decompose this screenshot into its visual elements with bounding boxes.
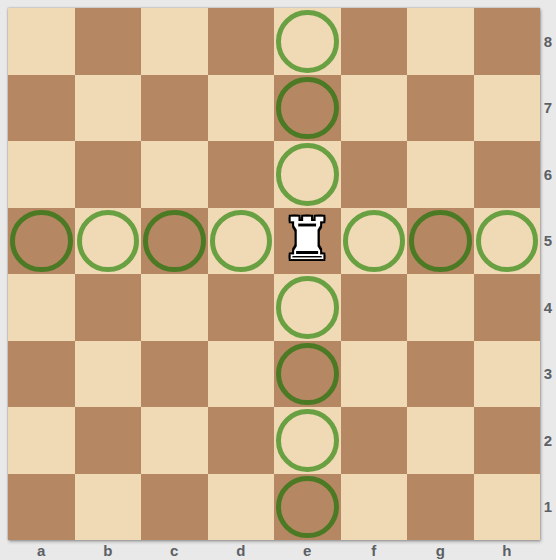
move-hint-circle-e3[interactable] bbox=[276, 343, 339, 406]
file-coordinates: abcdefgh bbox=[8, 540, 540, 560]
square-c7[interactable] bbox=[141, 75, 208, 142]
rank-label-4: 4 bbox=[540, 274, 556, 341]
chess-board-app: ♜ abcdefgh 87654321 bbox=[0, 0, 556, 560]
move-hint-circle-e6[interactable] bbox=[276, 143, 339, 206]
file-label-h: h bbox=[474, 540, 541, 560]
move-hint-circle-e1[interactable] bbox=[276, 476, 339, 539]
square-g7[interactable] bbox=[407, 75, 474, 142]
file-label-g: g bbox=[407, 540, 474, 560]
square-c4[interactable] bbox=[141, 274, 208, 341]
square-d7[interactable] bbox=[208, 75, 275, 142]
square-g1[interactable] bbox=[407, 474, 474, 541]
square-c2[interactable] bbox=[141, 407, 208, 474]
square-c3[interactable] bbox=[141, 341, 208, 408]
square-h6[interactable] bbox=[474, 141, 541, 208]
rank-label-5: 5 bbox=[540, 208, 556, 275]
square-g6[interactable] bbox=[407, 141, 474, 208]
square-c1[interactable] bbox=[141, 474, 208, 541]
file-label-b: b bbox=[75, 540, 142, 560]
file-label-e: e bbox=[274, 540, 341, 560]
square-h2[interactable] bbox=[474, 407, 541, 474]
square-b3[interactable] bbox=[75, 341, 142, 408]
square-g4[interactable] bbox=[407, 274, 474, 341]
square-c5[interactable] bbox=[141, 208, 208, 275]
square-a4[interactable] bbox=[8, 274, 75, 341]
move-hint-circle-e2[interactable] bbox=[276, 409, 339, 472]
square-h1[interactable] bbox=[474, 474, 541, 541]
square-d2[interactable] bbox=[208, 407, 275, 474]
square-e7[interactable] bbox=[274, 75, 341, 142]
move-hint-circle-f5[interactable] bbox=[343, 210, 406, 273]
square-h7[interactable] bbox=[474, 75, 541, 142]
white-rook[interactable]: ♜ bbox=[274, 208, 341, 275]
square-h8[interactable] bbox=[474, 8, 541, 75]
square-b5[interactable] bbox=[75, 208, 142, 275]
square-a3[interactable] bbox=[8, 341, 75, 408]
move-hint-circle-a5[interactable] bbox=[10, 210, 73, 273]
square-e8[interactable] bbox=[274, 8, 341, 75]
square-f6[interactable] bbox=[341, 141, 408, 208]
move-hint-circle-e4[interactable] bbox=[276, 276, 339, 339]
square-d8[interactable] bbox=[208, 8, 275, 75]
square-h4[interactable] bbox=[474, 274, 541, 341]
square-a1[interactable] bbox=[8, 474, 75, 541]
rank-label-3: 3 bbox=[540, 341, 556, 408]
square-e4[interactable] bbox=[274, 274, 341, 341]
square-d1[interactable] bbox=[208, 474, 275, 541]
file-label-c: c bbox=[141, 540, 208, 560]
square-f1[interactable] bbox=[341, 474, 408, 541]
square-b4[interactable] bbox=[75, 274, 142, 341]
square-h5[interactable] bbox=[474, 208, 541, 275]
move-hint-circle-e8[interactable] bbox=[276, 10, 339, 73]
square-a8[interactable] bbox=[8, 8, 75, 75]
square-b1[interactable] bbox=[75, 474, 142, 541]
square-c6[interactable] bbox=[141, 141, 208, 208]
square-e2[interactable] bbox=[274, 407, 341, 474]
file-label-a: a bbox=[8, 540, 75, 560]
square-d4[interactable] bbox=[208, 274, 275, 341]
square-g5[interactable] bbox=[407, 208, 474, 275]
square-d3[interactable] bbox=[208, 341, 275, 408]
file-label-d: d bbox=[208, 540, 275, 560]
square-b7[interactable] bbox=[75, 75, 142, 142]
square-f8[interactable] bbox=[341, 8, 408, 75]
square-c8[interactable] bbox=[141, 8, 208, 75]
square-d5[interactable] bbox=[208, 208, 275, 275]
rank-label-8: 8 bbox=[540, 8, 556, 75]
square-b6[interactable] bbox=[75, 141, 142, 208]
move-hint-circle-e7[interactable] bbox=[276, 77, 339, 140]
square-a7[interactable] bbox=[8, 75, 75, 142]
square-d6[interactable] bbox=[208, 141, 275, 208]
square-e3[interactable] bbox=[274, 341, 341, 408]
square-f5[interactable] bbox=[341, 208, 408, 275]
square-a5[interactable] bbox=[8, 208, 75, 275]
square-f4[interactable] bbox=[341, 274, 408, 341]
rank-label-1: 1 bbox=[540, 474, 556, 541]
move-hint-circle-g5[interactable] bbox=[409, 210, 472, 273]
square-e5[interactable]: ♜ bbox=[274, 208, 341, 275]
move-hint-circle-b5[interactable] bbox=[77, 210, 140, 273]
rank-coordinates: 87654321 bbox=[540, 8, 556, 540]
rank-label-6: 6 bbox=[540, 141, 556, 208]
square-b2[interactable] bbox=[75, 407, 142, 474]
square-e1[interactable] bbox=[274, 474, 341, 541]
move-hint-circle-h5[interactable] bbox=[476, 210, 539, 273]
square-g3[interactable] bbox=[407, 341, 474, 408]
rank-label-7: 7 bbox=[540, 75, 556, 142]
square-e6[interactable] bbox=[274, 141, 341, 208]
square-b8[interactable] bbox=[75, 8, 142, 75]
square-h3[interactable] bbox=[474, 341, 541, 408]
square-g8[interactable] bbox=[407, 8, 474, 75]
square-g2[interactable] bbox=[407, 407, 474, 474]
file-label-f: f bbox=[341, 540, 408, 560]
square-a2[interactable] bbox=[8, 407, 75, 474]
square-f7[interactable] bbox=[341, 75, 408, 142]
move-hint-circle-d5[interactable] bbox=[210, 210, 273, 273]
chess-board: ♜ bbox=[8, 8, 540, 540]
square-f3[interactable] bbox=[341, 341, 408, 408]
rank-label-2: 2 bbox=[540, 407, 556, 474]
square-f2[interactable] bbox=[341, 407, 408, 474]
square-a6[interactable] bbox=[8, 141, 75, 208]
move-hint-circle-c5[interactable] bbox=[143, 210, 206, 273]
